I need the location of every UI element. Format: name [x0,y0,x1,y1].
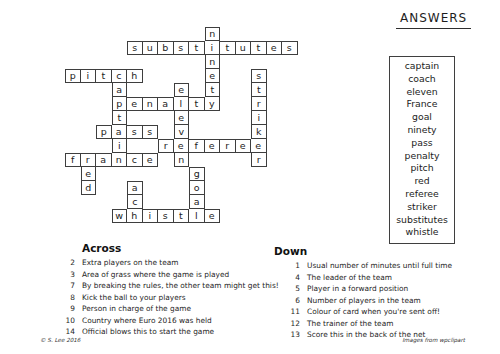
grid-cell: t [251,83,267,97]
word-bank-item: red [390,175,454,188]
grid-cell: p [112,97,128,111]
grid-cell: n [205,55,221,69]
grid-cell: l [189,209,205,223]
grid-cell: i [81,69,97,83]
clue-number: 11 [274,306,300,318]
grid-cell: e [205,69,221,83]
grid-cell: c [127,153,143,167]
grid-cell: h [127,209,143,223]
word-bank-item: substitutes [390,214,454,227]
clue-text: The leader of the team [307,272,392,284]
grid-cell: e [267,41,283,55]
clue-text: Player in a forward position [307,283,408,295]
clue-number: 5 [274,283,300,295]
grid-cell: e [251,139,267,153]
word-bank-item: captain [390,60,454,73]
grid-cell: v [174,125,190,139]
grid-cell: f [189,139,205,153]
word-bank-item: coach [390,73,454,86]
word-bank-item: pass [390,137,454,150]
word-bank-item: ninety [390,124,454,137]
clue-text: Number of players in the team [307,295,421,307]
crossword-grid: nsubstitutesnpitchesaettpenaltyrteipassv… [65,27,298,223]
grid-cell: e [205,139,221,153]
clue-number: 6 [274,295,300,307]
clue-text: Person in charge of the game [82,303,191,315]
grid-cell: s [282,41,298,55]
grid-cell: e [81,167,97,181]
clue-number: 2 [60,257,75,269]
word-bank-box: captaincoachelevenFrancegoalninetypasspe… [389,56,455,244]
clue-text: Official blows this to start the game [82,326,214,338]
grid-cell: s [174,41,190,55]
clue-number: 3 [60,269,75,281]
copyright-note: © S. Lee 2016 [40,337,80,343]
grid-cell: e [174,139,190,153]
grid-cell: r [81,153,97,167]
down-clues-section: Down 1Usual number of minutes until full… [274,245,496,341]
grid-cell: h [127,69,143,83]
clue-number: 8 [60,292,75,304]
grid-cell: n [174,153,190,167]
grid-cell: a [158,97,174,111]
word-bank-item: goal [390,111,454,124]
grid-cell: d [81,181,97,195]
word-bank-item: penalty [390,150,454,163]
grid-cell: b [158,41,174,55]
grid-cell: a [189,195,205,209]
clue-number: 9 [60,303,75,315]
down-header: Down [274,245,496,257]
grid-cell: f [65,153,81,167]
grid-cell: e [127,97,143,111]
worksheet-page: { "game": "crossword", "title": "ANSWERS… [0,0,500,354]
grid-cell: r [158,139,174,153]
grid-cell: i [112,139,128,153]
clue-row: 8Kick the ball to your players [60,292,272,304]
clue-text: Extra players on the team [82,257,179,269]
grid-cell: p [96,125,112,139]
grid-cell: o [189,181,205,195]
grid-cell: n [112,153,128,167]
grid-cell: u [143,41,159,55]
word-bank-item: eleven [390,86,454,99]
grid-cell: p [65,69,81,83]
clue-text: Kick the ball to your players [82,292,186,304]
grid-cell: r [220,139,236,153]
clue-row: 6Number of players in the team [274,295,496,307]
clue-text: The trainer of the team [307,318,393,330]
grid-cell: g [189,167,205,181]
clue-text: Colour of card when you're sent off! [307,306,440,318]
clue-row: 7By breaking the rules, the other team m… [60,280,272,292]
clue-number: 7 [60,280,75,292]
clue-row: 3Area of grass where the game is played [60,269,272,281]
grid-cell: e [174,111,190,125]
word-bank-item: referee [390,188,454,201]
clue-text: Country where Euro 2016 was held [82,315,212,327]
grid-cell: e [143,153,159,167]
word-bank-item: France [390,98,454,111]
grid-cell: n [205,27,221,41]
across-header: Across [82,242,272,254]
grid-cell: t [96,69,112,83]
clue-row: 12The trainer of the team [274,318,496,330]
word-bank-item: pitch [390,162,454,175]
grid-cell: s [251,69,267,83]
clue-row: 5Player in a forward position [274,283,496,295]
grid-cell: a [112,83,128,97]
grid-cell: s [127,41,143,55]
clue-row: 9Person in charge of the game [60,303,272,315]
clue-row: 2Extra players on the team [60,257,272,269]
grid-cell: a [127,181,143,195]
grid-cell: t [112,111,128,125]
grid-cell: i [251,111,267,125]
clue-number: 12 [274,318,300,330]
clue-number: 10 [60,315,75,327]
clue-number: 4 [274,272,300,284]
across-clues-section: Across 2Extra players on the team3Area o… [60,242,272,338]
grid-cell: t [205,83,221,97]
grid-cell: s [127,125,143,139]
down-clues-list: 1Usual number of minutes until full time… [274,260,496,341]
grid-cell: i [205,41,221,55]
clue-text: Area of grass where the game is played [82,269,229,281]
grid-cell: c [112,69,128,83]
clue-row: 4The leader of the team [274,272,496,284]
word-bank-item: striker [390,201,454,214]
grid-cell: i [143,209,159,223]
clue-row: 1Usual number of minutes until full time [274,260,496,272]
clue-number: 14 [60,326,75,338]
grid-cell: e [174,83,190,97]
grid-cell: s [158,209,174,223]
grid-cell: s [143,125,159,139]
across-clues-list: 2Extra players on the team3Area of grass… [60,257,272,338]
grid-cell: e [236,139,252,153]
grid-cell: t [189,41,205,55]
grid-cell: a [96,153,112,167]
grid-cell: t [189,97,205,111]
grid-cell: r [251,153,267,167]
grid-cell: u [236,41,252,55]
grid-cell: c [127,195,143,209]
clue-number: 1 [274,260,300,272]
grid-cell: t [251,41,267,55]
grid-cell: w [112,209,128,223]
clue-row: 11Colour of card when you're sent off! [274,306,496,318]
grid-cell: k [251,125,267,139]
clue-row: 10Country where Euro 2016 was held [60,315,272,327]
grid-cell: t [174,209,190,223]
grid-cell: n [143,97,159,111]
clue-number: 13 [274,329,300,341]
image-credit-note: Images from wpclipart [402,337,465,343]
clue-row: 14Official blows this to start the game [60,326,272,338]
grid-cell: e [205,209,221,223]
clue-text: Usual number of minutes until full time [307,260,452,272]
grid-cell: a [112,125,128,139]
grid-cell: t [220,41,236,55]
word-bank-item: whistle [390,226,454,239]
grid-cell: y [205,97,221,111]
grid-cell: l [174,97,190,111]
page-title: ANSWERS [396,11,471,29]
clue-text: By breaking the rules, the other team mi… [82,280,279,292]
grid-cell: r [251,97,267,111]
